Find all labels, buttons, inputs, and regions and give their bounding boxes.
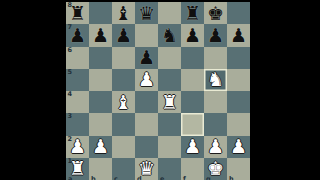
square-d4[interactable]	[135, 91, 158, 113]
square-c5[interactable]	[112, 69, 135, 91]
square-d5[interactable]: ♟	[135, 69, 158, 91]
piece-white-knight[interactable]: ♞	[207, 70, 224, 89]
square-d6[interactable]: ♟	[135, 47, 158, 69]
piece-white-pawn[interactable]: ♟	[207, 137, 224, 156]
square-g8[interactable]: ♚	[204, 2, 227, 24]
square-b5[interactable]	[89, 69, 112, 91]
square-f1[interactable]: f	[181, 158, 204, 180]
piece-black-queen[interactable]: ♛	[138, 3, 155, 22]
square-e8[interactable]	[158, 2, 181, 24]
square-h3[interactable]	[227, 113, 250, 135]
piece-white-pawn[interactable]: ♟	[230, 137, 247, 156]
square-g1[interactable]: g♚	[204, 158, 227, 180]
square-f2[interactable]: ♟	[181, 136, 204, 158]
piece-white-pawn[interactable]: ♟	[184, 137, 201, 156]
piece-black-pawn[interactable]: ♟	[207, 25, 224, 44]
piece-black-pawn[interactable]: ♟	[138, 48, 155, 67]
file-label-c: c	[114, 176, 118, 180]
square-c8[interactable]: ♝	[112, 2, 135, 24]
square-h4[interactable]	[227, 91, 250, 113]
square-a4[interactable]: 4	[66, 91, 89, 113]
square-h5[interactable]	[227, 69, 250, 91]
square-a8[interactable]: 8♜	[66, 2, 89, 24]
square-g6[interactable]	[204, 47, 227, 69]
square-b6[interactable]	[89, 47, 112, 69]
square-d7[interactable]	[135, 24, 158, 46]
square-b8[interactable]	[89, 2, 112, 24]
square-g3[interactable]	[204, 113, 227, 135]
rank-label-5: 5	[68, 69, 73, 76]
square-f4[interactable]	[181, 91, 204, 113]
square-e5[interactable]	[158, 69, 181, 91]
square-h7[interactable]: ♟	[227, 24, 250, 46]
piece-white-rook[interactable]: ♜	[161, 92, 178, 111]
square-d2[interactable]	[135, 136, 158, 158]
square-d8[interactable]: ♛	[135, 2, 158, 24]
screenshot-background: 8♜♝♛♜♚7♟♟♟♞♟♟♟6♟5♟♞4♝♜32♟♟♟♟♟1a♜bcd♛efg♚…	[0, 0, 320, 180]
square-a3[interactable]: 3	[66, 113, 89, 135]
square-d3[interactable]	[135, 113, 158, 135]
file-label-f: f	[183, 176, 186, 180]
square-b2[interactable]: ♟	[89, 136, 112, 158]
piece-black-pawn[interactable]: ♟	[115, 25, 132, 44]
square-a1[interactable]: 1a♜	[66, 158, 89, 180]
file-label-h: h	[229, 176, 234, 180]
square-e2[interactable]	[158, 136, 181, 158]
square-h6[interactable]	[227, 47, 250, 69]
piece-white-king[interactable]: ♚	[207, 159, 224, 178]
square-b1[interactable]: b	[89, 158, 112, 180]
piece-white-rook[interactable]: ♜	[69, 159, 86, 178]
square-c7[interactable]: ♟	[112, 24, 135, 46]
piece-black-knight[interactable]: ♞	[161, 25, 178, 44]
square-h2[interactable]: ♟	[227, 136, 250, 158]
piece-white-pawn[interactable]: ♟	[69, 137, 86, 156]
square-e3[interactable]	[158, 113, 181, 135]
square-g7[interactable]: ♟	[204, 24, 227, 46]
piece-black-pawn[interactable]: ♟	[69, 25, 86, 44]
piece-white-pawn[interactable]: ♟	[138, 70, 155, 89]
piece-white-bishop[interactable]: ♝	[115, 92, 132, 111]
rank-label-4: 4	[68, 91, 73, 98]
square-d1[interactable]: d♛	[135, 158, 158, 180]
square-c4[interactable]: ♝	[112, 91, 135, 113]
square-b4[interactable]	[89, 91, 112, 113]
rank-label-6: 6	[68, 47, 73, 54]
piece-black-pawn[interactable]: ♟	[230, 25, 247, 44]
piece-black-pawn[interactable]: ♟	[92, 25, 109, 44]
square-h8[interactable]	[227, 2, 250, 24]
chess-board: 8♜♝♛♜♚7♟♟♟♞♟♟♟6♟5♟♞4♝♜32♟♟♟♟♟1a♜bcd♛efg♚…	[66, 2, 250, 180]
piece-white-pawn[interactable]: ♟	[92, 137, 109, 156]
square-e1[interactable]: e	[158, 158, 181, 180]
square-f3[interactable]	[181, 113, 204, 135]
square-a5[interactable]: 5	[66, 69, 89, 91]
piece-white-queen[interactable]: ♛	[138, 159, 155, 178]
square-a2[interactable]: 2♟	[66, 136, 89, 158]
square-a6[interactable]: 6	[66, 47, 89, 69]
square-e7[interactable]: ♞	[158, 24, 181, 46]
square-f8[interactable]: ♜	[181, 2, 204, 24]
square-g4[interactable]	[204, 91, 227, 113]
square-b7[interactable]: ♟	[89, 24, 112, 46]
square-c2[interactable]	[112, 136, 135, 158]
square-c1[interactable]: c	[112, 158, 135, 180]
square-h1[interactable]: h	[227, 158, 250, 180]
square-f5[interactable]	[181, 69, 204, 91]
rank-label-3: 3	[68, 113, 73, 120]
piece-black-king[interactable]: ♚	[207, 3, 224, 22]
file-label-b: b	[91, 176, 96, 180]
square-a7[interactable]: 7♟	[66, 24, 89, 46]
square-g5[interactable]: ♞	[204, 69, 227, 91]
square-b3[interactable]	[89, 113, 112, 135]
square-e4[interactable]: ♜	[158, 91, 181, 113]
file-label-e: e	[160, 176, 164, 180]
square-f7[interactable]: ♟	[181, 24, 204, 46]
square-g2[interactable]: ♟	[204, 136, 227, 158]
square-c3[interactable]	[112, 113, 135, 135]
piece-black-rook[interactable]: ♜	[69, 3, 86, 22]
piece-black-bishop[interactable]: ♝	[115, 3, 132, 22]
square-e6[interactable]	[158, 47, 181, 69]
piece-black-rook[interactable]: ♜	[184, 3, 201, 22]
square-c6[interactable]	[112, 47, 135, 69]
square-f6[interactable]	[181, 47, 204, 69]
piece-black-pawn[interactable]: ♟	[184, 25, 201, 44]
